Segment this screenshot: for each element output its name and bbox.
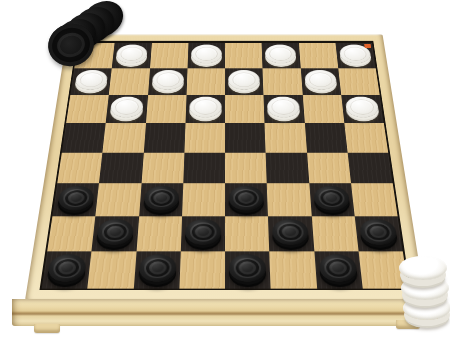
white-stack-disc: [399, 256, 447, 280]
checker-emboss-ring: [195, 47, 218, 61]
square-a6[interactable]: [66, 95, 109, 123]
square-c3[interactable]: [139, 184, 183, 217]
square-b3[interactable]: [96, 184, 142, 217]
square-g8[interactable]: [299, 43, 339, 68]
square-e2[interactable]: [225, 217, 269, 252]
checker-emboss-ring: [193, 99, 217, 114]
checker-emboss-ring: [232, 73, 255, 88]
black-checker[interactable]: [57, 186, 95, 211]
square-h5[interactable]: [344, 123, 388, 153]
square-e5[interactable]: [225, 123, 266, 153]
square-f7[interactable]: [263, 68, 303, 95]
checker-emboss-ring: [308, 73, 332, 88]
square-b7[interactable]: [109, 68, 150, 95]
square-a4[interactable]: [57, 152, 102, 183]
checker-emboss-ring: [62, 189, 90, 207]
square-f8[interactable]: [262, 43, 301, 68]
checker-emboss-ring: [190, 222, 217, 241]
white-checker[interactable]: [110, 97, 144, 118]
white-checker[interactable]: [345, 97, 380, 118]
white-checker[interactable]: [228, 70, 260, 90]
square-b2[interactable]: [92, 217, 139, 252]
checker-emboss-ring: [156, 73, 180, 88]
black-checker[interactable]: [318, 254, 358, 282]
black-checker[interactable]: [138, 254, 177, 282]
square-g7[interactable]: [300, 68, 341, 95]
checker-emboss-ring: [323, 257, 352, 277]
square-h7[interactable]: [338, 68, 380, 95]
square-d6[interactable]: [185, 95, 225, 123]
black-checker[interactable]: [185, 219, 221, 245]
square-g5[interactable]: [304, 123, 347, 153]
square-b4[interactable]: [99, 152, 143, 183]
square-g1[interactable]: [314, 251, 363, 288]
white-checker[interactable]: [189, 97, 222, 118]
square-f6[interactable]: [264, 95, 305, 123]
square-f2[interactable]: [268, 217, 314, 252]
square-d5[interactable]: [184, 123, 225, 153]
black-checker[interactable]: [359, 219, 398, 245]
checker-emboss-ring: [349, 99, 375, 114]
square-a5[interactable]: [62, 123, 106, 153]
square-h6[interactable]: [341, 95, 384, 123]
square-g2[interactable]: [311, 217, 358, 252]
white-checker[interactable]: [304, 70, 337, 90]
white-checker[interactable]: [75, 70, 109, 90]
square-e4[interactable]: [225, 152, 267, 183]
square-f3[interactable]: [267, 184, 311, 217]
square-e7[interactable]: [225, 68, 264, 95]
checker-emboss-ring: [277, 222, 305, 241]
square-d3[interactable]: [182, 184, 225, 217]
black-pieces-stack[interactable]: [48, 4, 118, 66]
white-checker[interactable]: [116, 45, 148, 64]
white-checker[interactable]: [151, 70, 183, 90]
board-inner-border: [39, 41, 410, 290]
square-g3[interactable]: [309, 184, 355, 217]
square-d2[interactable]: [181, 217, 225, 252]
black-checker[interactable]: [272, 219, 309, 245]
square-f4[interactable]: [266, 152, 309, 183]
checker-emboss-ring: [233, 189, 259, 207]
checker-emboss-ring: [318, 189, 345, 207]
checkers-board: [42, 43, 409, 289]
white-checker[interactable]: [265, 45, 297, 64]
checker-emboss-ring: [79, 73, 104, 88]
checker-emboss-ring: [143, 257, 171, 277]
square-b1[interactable]: [88, 251, 137, 288]
checker-emboss-ring: [52, 257, 82, 277]
white-pieces-stack[interactable]: [398, 256, 450, 330]
board-frame: [25, 34, 425, 300]
square-a3[interactable]: [52, 184, 99, 217]
square-d1[interactable]: [179, 251, 225, 288]
square-e8[interactable]: [225, 43, 263, 68]
square-h4[interactable]: [347, 152, 392, 183]
white-checker[interactable]: [191, 45, 222, 64]
black-checker[interactable]: [143, 186, 179, 211]
square-c8[interactable]: [150, 43, 189, 68]
square-c7[interactable]: [148, 68, 188, 95]
square-c5[interactable]: [143, 123, 185, 153]
square-g6[interactable]: [302, 95, 344, 123]
square-c1[interactable]: [133, 251, 180, 288]
square-c4[interactable]: [141, 152, 184, 183]
black-checker[interactable]: [313, 186, 350, 211]
square-a1[interactable]: [42, 251, 92, 288]
checker-emboss-ring: [343, 47, 367, 61]
checker-emboss-ring: [364, 222, 393, 241]
square-d8[interactable]: [187, 43, 225, 68]
square-e1[interactable]: [225, 251, 271, 288]
box-foot-left: [34, 324, 60, 333]
checker-emboss-ring: [115, 99, 140, 114]
square-g4[interactable]: [307, 152, 351, 183]
square-d7[interactable]: [186, 68, 225, 95]
box-front-panel: [12, 299, 438, 326]
white-checker[interactable]: [267, 97, 300, 118]
square-h2[interactable]: [354, 217, 402, 252]
black-checker[interactable]: [96, 219, 134, 245]
checker-emboss-ring: [269, 47, 292, 61]
checker-emboss-ring: [101, 222, 129, 241]
black-checker[interactable]: [47, 254, 88, 282]
square-b5[interactable]: [103, 123, 146, 153]
square-a7[interactable]: [70, 68, 112, 95]
square-b6[interactable]: [106, 95, 148, 123]
checker-emboss-ring: [148, 189, 175, 207]
square-e6[interactable]: [225, 95, 265, 123]
square-c2[interactable]: [136, 217, 182, 252]
checker-emboss-ring: [234, 257, 262, 277]
square-c6[interactable]: [146, 95, 187, 123]
checkers-photo-scene: [0, 0, 450, 360]
square-d4[interactable]: [183, 152, 225, 183]
board-perspective-wrap: [25, 34, 425, 300]
square-a2[interactable]: [47, 217, 95, 252]
square-h3[interactable]: [351, 184, 398, 217]
black-checker[interactable]: [229, 186, 264, 211]
square-f1[interactable]: [269, 251, 316, 288]
square-e3[interactable]: [225, 184, 268, 217]
checker-emboss-ring: [120, 47, 144, 61]
square-f5[interactable]: [265, 123, 307, 153]
checker-emboss-ring: [271, 99, 296, 114]
corner-sticker: [364, 44, 371, 48]
black-checker[interactable]: [229, 254, 267, 282]
